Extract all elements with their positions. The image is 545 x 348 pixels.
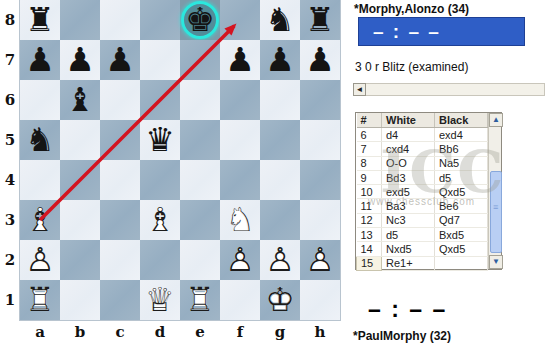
move-number[interactable]: 10 <box>357 185 382 199</box>
square-f5[interactable] <box>220 120 260 160</box>
square-c7[interactable]: ♟ <box>100 40 140 80</box>
white-move[interactable]: Re1+ <box>382 256 435 270</box>
white-move[interactable]: exd5 <box>382 185 435 199</box>
square-h2[interactable]: ♙ <box>300 240 340 280</box>
white-pawn-h2[interactable]: ♙ <box>300 240 340 280</box>
move-number[interactable]: 7 <box>357 142 382 156</box>
horizontal-scrollbar[interactable]: ◄ <box>353 83 545 97</box>
black-knight-a5[interactable]: ♞ <box>20 120 60 160</box>
black-move[interactable]: Qd7 <box>435 213 488 227</box>
move-row-9[interactable]: 9Bd3d5 <box>357 170 488 184</box>
right-panel: *Morphy,Alonzo (34) – : – – 3 0 r Blitz … <box>352 0 545 348</box>
rank-label-5: 5 <box>0 120 20 160</box>
square-b3[interactable] <box>60 200 100 240</box>
square-g3[interactable] <box>260 200 300 240</box>
white-move[interactable]: d4 <box>382 128 435 142</box>
square-a4[interactable] <box>20 160 60 200</box>
square-a2[interactable]: ♙ <box>20 240 60 280</box>
square-h3[interactable] <box>300 200 340 240</box>
rank-label-1: 1 <box>0 280 20 320</box>
white-knight-f3[interactable]: ♘ <box>220 200 260 240</box>
col-header-white: White <box>382 113 435 128</box>
square-f1[interactable] <box>220 280 260 320</box>
move-row-6[interactable]: 6d4exd4 <box>357 128 488 142</box>
white-queen-d1[interactable]: ♕ <box>140 280 180 320</box>
white-bishop-d3[interactable]: ♗ <box>140 200 180 240</box>
move-row-10[interactable]: 10exd5Qxd5 <box>357 185 488 199</box>
rank-label-7: 7 <box>0 40 20 80</box>
square-b6[interactable]: ♝ <box>60 80 100 120</box>
square-f4[interactable] <box>220 160 260 200</box>
square-d3[interactable]: ♗ <box>140 200 180 240</box>
square-f3[interactable]: ♘ <box>220 200 260 240</box>
white-pawn-g2[interactable]: ♙ <box>260 240 300 280</box>
move-number[interactable]: 12 <box>357 213 382 227</box>
square-f6[interactable] <box>220 80 260 120</box>
square-g4[interactable] <box>260 160 300 200</box>
move-row-8[interactable]: 8O-ONa5 <box>357 156 488 170</box>
square-a6[interactable] <box>20 80 60 120</box>
square-e2[interactable] <box>180 240 220 280</box>
file-label-d: d <box>140 318 180 346</box>
square-c1[interactable] <box>100 280 140 320</box>
black-king-e8[interactable]: ♚ <box>180 0 220 40</box>
file-label-e: e <box>180 318 220 346</box>
white-pawn-a2[interactable]: ♙ <box>20 240 60 280</box>
white-move[interactable]: d5 <box>382 228 435 242</box>
square-e5[interactable] <box>180 120 220 160</box>
black-move[interactable]: exd4 <box>435 128 488 142</box>
black-move[interactable]: Bxd5 <box>435 228 488 242</box>
black-pawn-g7[interactable]: ♟ <box>260 40 300 80</box>
square-h8[interactable]: ♜ <box>300 0 340 40</box>
black-pawn-f7[interactable]: ♟ <box>220 40 260 80</box>
file-labels: abcdefgh <box>20 318 340 346</box>
move-table: # White Black 6d4exd47cxd4Bb68O-ONa59Bd3… <box>356 113 488 271</box>
top-player-clock: – : – – <box>358 17 525 46</box>
bottom-player-name: *PaulMorphy (32) <box>353 329 451 343</box>
black-move[interactable]: Qxd5 <box>435 242 488 256</box>
file-label-b: b <box>60 318 100 346</box>
game-info-label: 3 0 r Blitz (examined) <box>355 60 468 74</box>
move-list-panel: # White Black 6d4exd47cxd4Bb68O-ONa59Bd3… <box>355 112 502 270</box>
move-number[interactable]: 15 <box>357 256 382 270</box>
move-number[interactable]: 8 <box>357 156 382 170</box>
square-b4[interactable] <box>60 160 100 200</box>
chess-app-window: 87654321 ♜♚♞♜♟♟♟♟♟♟♝♞♛♗♗♘♙♙♙♙♖♕♖♔ abcdef… <box>0 0 545 348</box>
white-move[interactable]: cxd4 <box>382 142 435 156</box>
square-h1[interactable] <box>300 280 340 320</box>
square-g5[interactable] <box>260 120 300 160</box>
file-label-f: f <box>220 318 260 346</box>
board-area: 87654321 ♜♚♞♜♟♟♟♟♟♟♝♞♛♗♗♘♙♙♙♙♖♕♖♔ abcdef… <box>0 0 350 348</box>
square-h7[interactable]: ♟ <box>300 40 340 80</box>
left-arrow-icon: ◄ <box>356 86 364 94</box>
move-number[interactable]: 13 <box>357 228 382 242</box>
file-label-c: c <box>100 318 140 346</box>
white-king-g1[interactable]: ♔ <box>260 280 300 320</box>
square-c8[interactable] <box>100 0 140 40</box>
black-rook-a8[interactable]: ♜ <box>20 0 60 40</box>
square-d6[interactable] <box>140 80 180 120</box>
square-g7[interactable]: ♟ <box>260 40 300 80</box>
square-b1[interactable] <box>60 280 100 320</box>
square-g8[interactable]: ♞ <box>260 0 300 40</box>
square-g1[interactable]: ♔ <box>260 280 300 320</box>
black-pawn-b7[interactable]: ♟ <box>60 40 100 80</box>
black-pawn-c7[interactable]: ♟ <box>100 40 140 80</box>
rank-labels: 87654321 <box>0 0 20 320</box>
rank-label-4: 4 <box>0 160 20 200</box>
square-f7[interactable]: ♟ <box>220 40 260 80</box>
file-label-h: h <box>300 318 340 346</box>
white-move[interactable]: Nc3 <box>382 213 435 227</box>
square-a5[interactable]: ♞ <box>20 120 60 160</box>
move-table-header: # White Black <box>357 113 488 128</box>
black-pawn-a7[interactable]: ♟ <box>20 40 60 80</box>
file-label-g: g <box>260 318 300 346</box>
move-row-14[interactable]: 14Nxd5Qxd5 <box>357 242 488 256</box>
square-e3[interactable] <box>180 200 220 240</box>
up-arrow-icon: ▲ <box>492 116 500 124</box>
square-c6[interactable] <box>100 80 140 120</box>
horizontal-scroll-track[interactable] <box>366 83 545 96</box>
square-c5[interactable] <box>100 120 140 160</box>
white-move[interactable]: Bd3 <box>382 170 435 184</box>
square-c4[interactable] <box>100 160 140 200</box>
bottom-player-clock: – : – – <box>368 296 447 323</box>
black-queen-d5[interactable]: ♛ <box>140 120 180 160</box>
rank-label-8: 8 <box>0 0 20 40</box>
square-a8[interactable]: ♜ <box>20 0 60 40</box>
square-h6[interactable] <box>300 80 340 120</box>
square-b7[interactable]: ♟ <box>60 40 100 80</box>
square-d4[interactable] <box>140 160 180 200</box>
white-rook-a1[interactable]: ♖ <box>20 280 60 320</box>
square-g6[interactable] <box>260 80 300 120</box>
file-label-a: a <box>20 318 60 346</box>
square-d7[interactable] <box>140 40 180 80</box>
scroll-left-button[interactable]: ◄ <box>353 83 366 96</box>
square-a1[interactable]: ♖ <box>20 280 60 320</box>
move-row-7[interactable]: 7cxd4Bb6 <box>357 142 488 156</box>
square-h4[interactable] <box>300 160 340 200</box>
move-number[interactable]: 14 <box>357 242 382 256</box>
scroll-down-button[interactable]: ▼ <box>489 255 503 269</box>
down-arrow-icon: ▼ <box>492 258 500 266</box>
rank-label-3: 3 <box>0 200 20 240</box>
black-move[interactable]: d5 <box>435 170 488 184</box>
white-bishop-a3[interactable]: ♗ <box>20 200 60 240</box>
square-b2[interactable] <box>60 240 100 280</box>
move-row-12[interactable]: 12Nc3Qd7 <box>357 213 488 227</box>
white-move[interactable]: Nxd5 <box>382 242 435 256</box>
top-player-name: *Morphy,Alonzo (34) <box>354 2 469 16</box>
square-d2[interactable] <box>140 240 180 280</box>
square-e6[interactable] <box>180 80 220 120</box>
square-e4[interactable] <box>180 160 220 200</box>
black-move[interactable]: Na5 <box>435 156 488 170</box>
move-number[interactable]: 6 <box>357 128 382 142</box>
square-d5[interactable]: ♛ <box>140 120 180 160</box>
vertical-scrollbar[interactable]: ▲ ▼ <box>488 113 501 269</box>
square-b5[interactable] <box>60 120 100 160</box>
square-b8[interactable] <box>60 0 100 40</box>
square-e7[interactable] <box>180 40 220 80</box>
square-a7[interactable]: ♟ <box>20 40 60 80</box>
square-a3[interactable]: ♗ <box>20 200 60 240</box>
rank-label-6: 6 <box>0 80 20 120</box>
black-move[interactable]: Bb6 <box>435 142 488 156</box>
move-row-11[interactable]: 11Ba3Be6 <box>357 199 488 213</box>
square-f2[interactable]: ♙ <box>220 240 260 280</box>
black-move[interactable]: Be6 <box>435 199 488 213</box>
move-row-13[interactable]: 13d5Bxd5 <box>357 228 488 242</box>
square-e8[interactable]: ♚ <box>180 0 220 40</box>
black-bishop-b6[interactable]: ♝ <box>60 80 100 120</box>
black-rook-h8[interactable]: ♜ <box>300 0 340 40</box>
black-knight-g8[interactable]: ♞ <box>260 0 300 40</box>
scroll-up-button[interactable]: ▲ <box>489 113 503 127</box>
rank-label-2: 2 <box>0 240 20 280</box>
white-rook-e1[interactable]: ♖ <box>180 280 220 320</box>
move-number[interactable]: 9 <box>357 170 382 184</box>
col-header-number: # <box>357 113 382 128</box>
white-move[interactable]: O-O <box>382 156 435 170</box>
vertical-scroll-thumb[interactable] <box>490 171 502 253</box>
square-g2[interactable]: ♙ <box>260 240 300 280</box>
white-move[interactable]: Ba3 <box>382 199 435 213</box>
move-number[interactable]: 11 <box>357 199 382 213</box>
square-c3[interactable] <box>100 200 140 240</box>
square-h5[interactable] <box>300 120 340 160</box>
square-e1[interactable]: ♖ <box>180 280 220 320</box>
square-c2[interactable] <box>100 240 140 280</box>
square-d1[interactable]: ♕ <box>140 280 180 320</box>
black-move[interactable]: Qxd5 <box>435 185 488 199</box>
white-pawn-f2[interactable]: ♙ <box>220 240 260 280</box>
move-row-15[interactable]: 15Re1+ <box>357 256 488 270</box>
top-clock-time: – : – – <box>373 21 441 43</box>
col-header-black: Black <box>435 113 488 128</box>
square-d8[interactable] <box>140 0 180 40</box>
chess-board: ♜♚♞♜♟♟♟♟♟♟♝♞♛♗♗♘♙♙♙♙♖♕♖♔ <box>20 0 340 320</box>
black-move[interactable] <box>435 256 488 270</box>
square-f8[interactable] <box>220 0 260 40</box>
black-pawn-h7[interactable]: ♟ <box>300 40 340 80</box>
